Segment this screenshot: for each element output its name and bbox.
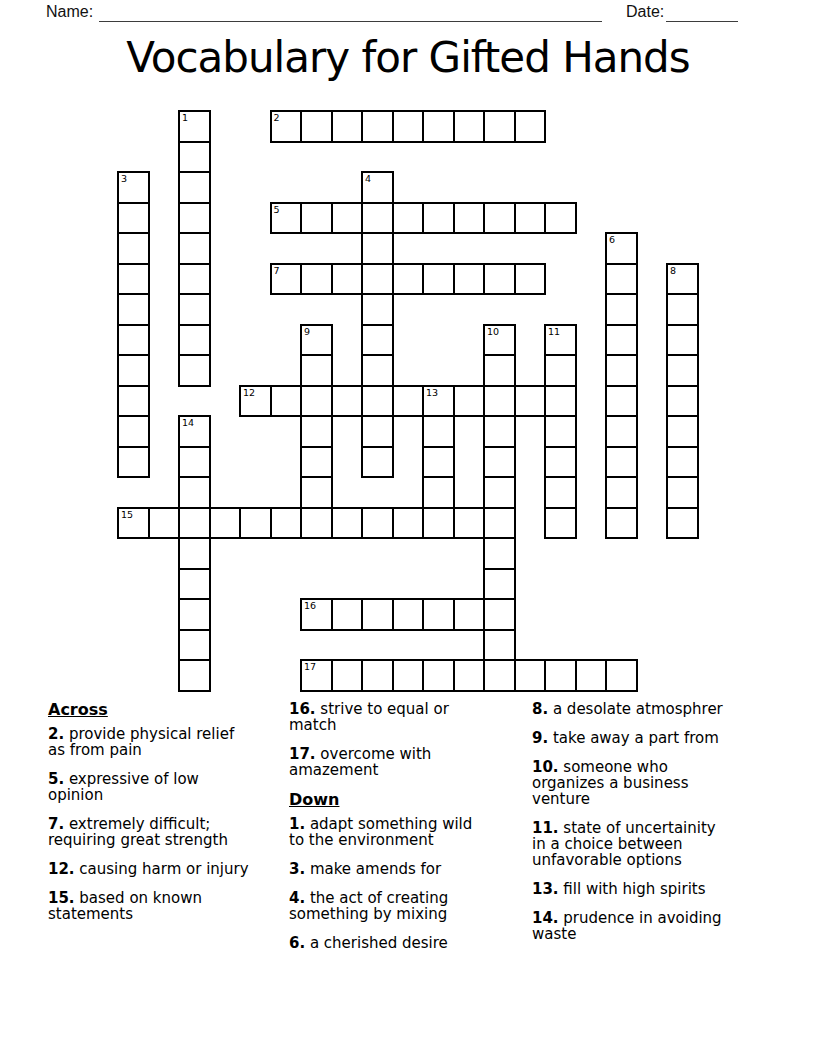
clue: 2. provide physical reliefas from pain (48, 726, 286, 758)
grid-cell[interactable] (544, 476, 577, 509)
grid-cell[interactable] (422, 659, 455, 692)
grid-cell[interactable] (483, 629, 516, 662)
grid-cell[interactable] (605, 476, 638, 509)
grid-cell[interactable] (453, 598, 486, 631)
clue: 9. take away a part from (532, 730, 800, 746)
clue-text-line: 9. take away a part from (532, 730, 800, 746)
cell-number: 16 (304, 600, 316, 611)
grid-cell[interactable]: 11 (544, 324, 577, 357)
clue-text-line: unfavorable options (532, 852, 800, 868)
grid-cell[interactable] (483, 476, 516, 509)
grid-cell[interactable] (483, 263, 516, 296)
grid-cell[interactable] (361, 385, 394, 418)
grid-cell[interactable] (270, 385, 303, 418)
grid-cell[interactable]: 5 (270, 202, 303, 235)
grid-cell[interactable] (666, 385, 699, 418)
grid-cell[interactable] (178, 324, 211, 357)
cell-number: 4 (365, 173, 371, 184)
grid-cell[interactable] (483, 415, 516, 448)
grid-cell[interactable] (117, 263, 150, 296)
clue: 14. prudence in avoidingwaste (532, 910, 800, 942)
grid-cell[interactable] (361, 202, 394, 235)
cell-number: 13 (426, 387, 438, 398)
grid-cell[interactable] (270, 507, 303, 540)
clue: 5. expressive of lowopinion (48, 771, 286, 803)
grid-cell[interactable] (666, 324, 699, 357)
grid-cell[interactable] (178, 446, 211, 479)
grid-cell[interactable] (422, 202, 455, 235)
grid-cell[interactable] (392, 507, 425, 540)
clue-section-heading: Across (48, 701, 286, 718)
grid-cell[interactable] (605, 293, 638, 326)
grid-cell[interactable]: 8 (666, 263, 699, 296)
grid-cell[interactable] (666, 476, 699, 509)
grid-cell[interactable] (117, 232, 150, 265)
grid-cell[interactable] (178, 354, 211, 387)
clue-text-line: 16. strive to equal or (289, 701, 527, 717)
clue: 3. make amends for (289, 861, 527, 877)
grid-cell[interactable] (483, 202, 516, 235)
grid-cell[interactable] (453, 659, 486, 692)
grid-cell[interactable] (392, 598, 425, 631)
grid-cell[interactable]: 3 (117, 171, 150, 204)
grid-cell[interactable] (483, 598, 516, 631)
grid-cell[interactable] (605, 324, 638, 357)
grid-cell[interactable] (483, 110, 516, 143)
grid-cell[interactable] (453, 110, 486, 143)
grid-cell[interactable] (514, 385, 547, 418)
grid-cell[interactable] (178, 293, 211, 326)
grid-cell[interactable] (666, 446, 699, 479)
grid-cell[interactable] (514, 202, 547, 235)
clue-text-line: 8. a desolate atmosphrer (532, 701, 800, 717)
grid-cell[interactable] (605, 507, 638, 540)
cell-number: 15 (121, 509, 133, 520)
clue-text-line: requiring great strength (48, 832, 286, 848)
grid-cell[interactable]: 6 (605, 232, 638, 265)
grid-cell[interactable] (453, 263, 486, 296)
grid-cell[interactable] (605, 446, 638, 479)
grid-cell[interactable]: 13 (422, 385, 455, 418)
grid-cell[interactable] (117, 415, 150, 448)
clue-text-line: 17. overcome with (289, 746, 527, 762)
grid-cell[interactable] (178, 476, 211, 509)
grid-cell[interactable]: 7 (270, 263, 303, 296)
grid-cell[interactable] (422, 476, 455, 509)
grid-cell[interactable] (300, 507, 333, 540)
grid-cell[interactable] (422, 415, 455, 448)
cell-number: 8 (670, 265, 676, 276)
clue-text-line: 11. state of uncertainity (532, 820, 800, 836)
cell-number: 5 (274, 204, 280, 215)
date-label: Date: (626, 3, 664, 21)
clue-text-line: organizes a business (532, 775, 800, 791)
grid-cell[interactable] (605, 354, 638, 387)
grid-cell[interactable] (178, 202, 211, 235)
grid-cell[interactable] (300, 446, 333, 479)
worksheet-page: Name: Date: Vocabulary for Gifted Hands … (0, 0, 816, 1056)
clue-text-line: 2. provide physical relief (48, 726, 286, 742)
grid-cell[interactable] (331, 598, 364, 631)
cell-number: 11 (548, 326, 560, 337)
grid-cell[interactable] (666, 354, 699, 387)
name-blank-line[interactable] (99, 21, 602, 22)
grid-cell[interactable] (483, 446, 516, 479)
grid-cell[interactable] (361, 354, 394, 387)
grid-cell[interactable] (483, 568, 516, 601)
grid-cell[interactable] (605, 263, 638, 296)
name-label: Name: (46, 3, 93, 21)
grid-cell[interactable] (544, 202, 577, 235)
grid-cell[interactable] (178, 537, 211, 570)
clue-text-line: statements (48, 906, 286, 922)
grid-cell[interactable] (300, 354, 333, 387)
cell-number: 7 (274, 265, 280, 276)
grid-cell[interactable] (178, 232, 211, 265)
grid-cell[interactable] (178, 263, 211, 296)
grid-cell[interactable] (117, 446, 150, 479)
grid-cell[interactable] (300, 385, 333, 418)
clue-number: 13. (532, 880, 559, 898)
grid-cell[interactable] (392, 263, 425, 296)
grid-cell[interactable] (117, 293, 150, 326)
grid-cell[interactable] (148, 507, 181, 540)
clue: 11. state of uncertainityin a choice bet… (532, 820, 800, 868)
clue: 13. fill with high spirits (532, 881, 800, 897)
clue: 1. adapt something wildto the environmen… (289, 816, 527, 848)
grid-cell[interactable] (300, 263, 333, 296)
clue-text-line: 6. a cherished desire (289, 935, 527, 951)
clue-text-line: in a choice between (532, 836, 800, 852)
grid-cell[interactable] (544, 507, 577, 540)
clue-text-line: 1. adapt something wild (289, 816, 527, 832)
clue-text-line: 3. make amends for (289, 861, 527, 877)
grid-cell[interactable] (392, 659, 425, 692)
cell-number: 14 (182, 417, 194, 428)
grid-cell[interactable] (666, 293, 699, 326)
clue-column-3: 8. a desolate atmosphrer9. take away a p… (532, 701, 800, 955)
grid-cell[interactable] (117, 324, 150, 357)
clue-text-line: to the environment (289, 832, 527, 848)
clue: 16. strive to equal ormatch (289, 701, 527, 733)
grid-cell[interactable] (331, 110, 364, 143)
clue: 12. causing harm or injury (48, 861, 286, 877)
clue-text-line: opinion (48, 787, 286, 803)
clue-section-heading: Down (289, 791, 527, 808)
grid-cell[interactable] (392, 385, 425, 418)
grid-cell[interactable] (239, 507, 272, 540)
grid-cell[interactable] (361, 232, 394, 265)
grid-cell[interactable] (544, 385, 577, 418)
grid-cell[interactable] (178, 171, 211, 204)
grid-cell[interactable] (392, 110, 425, 143)
cell-number: 3 (121, 173, 127, 184)
grid-cell[interactable] (483, 507, 516, 540)
grid-cell[interactable] (300, 415, 333, 448)
grid-cell[interactable] (483, 537, 516, 570)
grid-cell[interactable]: 4 (361, 171, 394, 204)
clue-text-line: waste (532, 926, 800, 942)
grid-cell[interactable] (331, 263, 364, 296)
grid-cell[interactable] (178, 568, 211, 601)
grid-cell[interactable] (453, 507, 486, 540)
clue-text-line: 5. expressive of low (48, 771, 286, 787)
cell-number: 17 (304, 661, 316, 672)
grid-cell[interactable] (117, 385, 150, 418)
grid-cell[interactable] (361, 324, 394, 357)
grid-cell[interactable] (331, 202, 364, 235)
grid-cell[interactable]: 17 (300, 659, 333, 692)
grid-cell[interactable]: 2 (270, 110, 303, 143)
puzzle-title: Vocabulary for Gifted Hands (0, 33, 816, 82)
grid-cell[interactable] (514, 110, 547, 143)
grid-cell[interactable] (178, 598, 211, 631)
grid-cell[interactable] (422, 446, 455, 479)
grid-cell[interactable] (300, 476, 333, 509)
grid-cell[interactable]: 12 (239, 385, 272, 418)
clue: 4. the act of creatingsomething by mixin… (289, 890, 527, 922)
grid-cell[interactable] (666, 507, 699, 540)
clue-text-line: amazement (289, 762, 527, 778)
grid-cell[interactable] (361, 263, 394, 296)
cell-number: 9 (304, 326, 310, 337)
clue: 7. extremely difficult;requiring great s… (48, 816, 286, 848)
grid-cell[interactable] (361, 110, 394, 143)
clue-text-line: 15. based on known (48, 890, 286, 906)
grid-cell[interactable] (544, 446, 577, 479)
grid-cell[interactable] (422, 110, 455, 143)
cell-number: 1 (182, 112, 188, 123)
clue-number: 6. (289, 934, 305, 952)
date-blank-line[interactable] (666, 21, 738, 22)
grid-cell[interactable] (361, 659, 394, 692)
clue-text-line: 14. prudence in avoiding (532, 910, 800, 926)
clue-column-1: Across2. provide physical reliefas from … (48, 701, 286, 935)
grid-cell[interactable] (514, 659, 547, 692)
grid-cell[interactable] (575, 659, 608, 692)
grid-cell[interactable] (544, 354, 577, 387)
clue-text-line: 13. fill with high spirits (532, 881, 800, 897)
grid-cell[interactable] (483, 354, 516, 387)
grid-cell[interactable] (392, 202, 425, 235)
clue-text-line: something by mixing (289, 906, 527, 922)
grid-cell[interactable] (666, 415, 699, 448)
grid-cell[interactable] (453, 385, 486, 418)
grid-cell[interactable]: 16 (300, 598, 333, 631)
clue: 15. based on knownstatements (48, 890, 286, 922)
grid-cell[interactable]: 10 (483, 324, 516, 357)
clue-text-line: 4. the act of creating (289, 890, 527, 906)
grid-cell[interactable] (300, 202, 333, 235)
grid-cell[interactable] (117, 354, 150, 387)
clue-text-line: 12. causing harm or injury (48, 861, 286, 877)
grid-cell[interactable] (361, 415, 394, 448)
cell-number: 12 (243, 387, 255, 398)
grid-cell[interactable] (209, 507, 242, 540)
clue-text-line: as from pain (48, 742, 286, 758)
grid-cell[interactable] (544, 659, 577, 692)
grid-cell[interactable] (361, 598, 394, 631)
cell-number: 2 (274, 112, 280, 123)
clue: 10. someone whoorganizes a businessventu… (532, 759, 800, 807)
crossword-grid: 1234567891011121314151617 (117, 110, 699, 692)
cell-number: 10 (487, 326, 499, 337)
grid-cell[interactable] (331, 507, 364, 540)
clue-column-2: 16. strive to equal ormatch17. overcome … (289, 701, 527, 964)
grid-cell[interactable] (605, 415, 638, 448)
grid-cell[interactable] (483, 659, 516, 692)
grid-cell[interactable] (178, 629, 211, 662)
clue-number: 9. (532, 729, 548, 747)
grid-cell[interactable] (331, 659, 364, 692)
grid-cell[interactable] (178, 141, 211, 174)
clue: 17. overcome withamazement (289, 746, 527, 778)
grid-cell[interactable] (178, 507, 211, 540)
clue-text-line: 7. extremely difficult; (48, 816, 286, 832)
clue-number: 12. (48, 860, 75, 878)
grid-cell[interactable] (361, 507, 394, 540)
grid-cell[interactable] (361, 293, 394, 326)
grid-cell[interactable] (178, 659, 211, 692)
grid-cell[interactable] (605, 659, 638, 692)
grid-cell[interactable]: 15 (117, 507, 150, 540)
clue: 6. a cherished desire (289, 935, 527, 951)
grid-cell[interactable] (422, 598, 455, 631)
clue-text-line: 10. someone who (532, 759, 800, 775)
grid-cell[interactable] (544, 415, 577, 448)
grid-cell[interactable] (361, 446, 394, 479)
grid-cell[interactable] (300, 110, 333, 143)
clue: 8. a desolate atmosphrer (532, 701, 800, 717)
clue-text-line: venture (532, 791, 800, 807)
grid-cell[interactable] (453, 202, 486, 235)
grid-cell[interactable] (605, 385, 638, 418)
cell-number: 6 (609, 234, 615, 245)
grid-cell[interactable] (331, 385, 364, 418)
grid-cell[interactable] (483, 385, 516, 418)
grid-cell[interactable] (422, 263, 455, 296)
grid-cell[interactable] (514, 263, 547, 296)
clue-number: 3. (289, 860, 305, 878)
clue-text-line: match (289, 717, 527, 733)
clue-number: 8. (532, 700, 548, 718)
grid-cell[interactable]: 9 (300, 324, 333, 357)
grid-cell[interactable]: 1 (178, 110, 211, 143)
grid-cell[interactable]: 14 (178, 415, 211, 448)
grid-cell[interactable] (117, 202, 150, 235)
grid-cell[interactable] (422, 507, 455, 540)
